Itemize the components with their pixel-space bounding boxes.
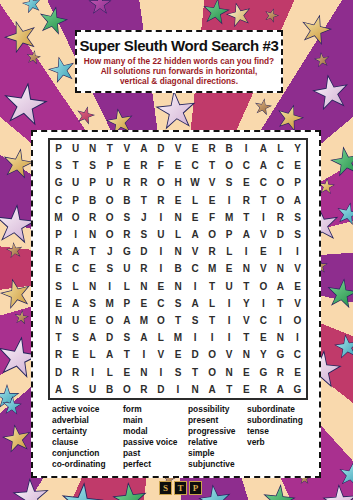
grid-cell-r11c1: N xyxy=(50,312,67,329)
grid-cell-r2c4: P xyxy=(101,157,118,174)
grid-cell-r8c3: E xyxy=(84,260,101,277)
grid-cell-r13c10: O xyxy=(204,346,221,363)
grid-cell-r9c12: T xyxy=(238,278,255,295)
grid-cell-r11c14: I xyxy=(272,312,289,329)
grid-cell-r1c11: B xyxy=(221,140,238,157)
grid-cell-r2c12: C xyxy=(238,157,255,174)
grid-cell-r15c3: U xyxy=(84,381,101,398)
grid-cell-r14c3: I xyxy=(84,364,101,381)
grid-cell-r6c9: A xyxy=(187,226,204,243)
grid-cell-r12c8: M xyxy=(169,329,186,346)
grid-cell-r7c15: I xyxy=(289,243,306,260)
grid-cell-r12c1: T xyxy=(50,329,67,346)
grid-cell-r10c2: A xyxy=(67,295,84,312)
grid-cell-r8c2: C xyxy=(67,260,84,277)
grid-cell-r1c3: N xyxy=(84,140,101,157)
grid-cell-r10c9: A xyxy=(187,295,204,312)
grid-cell-r9c2: L xyxy=(67,278,84,295)
grid-cell-r15c14: A xyxy=(272,381,289,398)
page-title: Super Sleuth Word Search #3 xyxy=(77,37,281,54)
grid-cell-r10c10: L xyxy=(204,295,221,312)
grid-cell-r1c9: E xyxy=(187,140,204,157)
grid-cell-r2c15: E xyxy=(289,157,306,174)
grid-cell-r14c5: E xyxy=(118,364,135,381)
grid-cell-r3c4: U xyxy=(101,174,118,191)
grid-cell-r13c2: E xyxy=(67,346,84,363)
grid-cell-r8c5: U xyxy=(118,260,135,277)
grid-cell-r7c11: L xyxy=(221,243,238,260)
grid-cell-r6c7: U xyxy=(152,226,169,243)
grid-cell-r3c15: P xyxy=(289,174,306,191)
grid-cell-r5c10: F xyxy=(204,209,221,226)
grid-cell-r14c10: O xyxy=(204,364,221,381)
grid-cell-r1c2: U xyxy=(67,140,84,157)
grid-cell-r5c12: T xyxy=(238,209,255,226)
grid-cell-r4c1: C xyxy=(50,192,67,209)
grid-cell-r13c15: C xyxy=(289,346,306,363)
logo-letter-s: S xyxy=(159,481,172,495)
grid-cell-r14c9: T xyxy=(187,364,204,381)
grid-cell-r11c6: M xyxy=(135,312,152,329)
grid-cell-r6c3: N xyxy=(84,226,101,243)
grid-cell-r6c4: O xyxy=(101,226,118,243)
grid-cell-r15c11: T xyxy=(221,381,238,398)
grid-cell-r14c12: E xyxy=(238,364,255,381)
grid-cell-r15c8: I xyxy=(169,381,186,398)
grid-cell-r14c15: E xyxy=(289,364,306,381)
grid-cell-r6c1: P xyxy=(50,226,67,243)
word-list-item: verb xyxy=(247,437,303,448)
word-list-item: subjunctive xyxy=(188,459,235,470)
grid-cell-r4c4: O xyxy=(101,192,118,209)
grid-cell-r13c11: V xyxy=(221,346,238,363)
grid-cell-r6c13: V xyxy=(255,226,272,243)
grid-cell-r11c13: C xyxy=(255,312,272,329)
grid-cell-r8c11: E xyxy=(221,260,238,277)
grid-cell-r3c12: E xyxy=(238,174,255,191)
grid-cell-r7c14: I xyxy=(272,243,289,260)
grid-cell-r12c11: I xyxy=(221,329,238,346)
grid-cell-r2c9: C xyxy=(187,157,204,174)
grid-cell-r12c2: S xyxy=(67,329,84,346)
grid-cell-r4c8: E xyxy=(169,192,186,209)
grid-cell-r8c13: V xyxy=(255,260,272,277)
grid-cell-r6c12: A xyxy=(238,226,255,243)
grid-cell-r8c7: I xyxy=(152,260,169,277)
grid-cell-r2c2: T xyxy=(67,157,84,174)
grid-cell-r12c14: N xyxy=(272,329,289,346)
grid-cell-r15c1: A xyxy=(50,381,67,398)
word-list-item: modal xyxy=(123,426,177,437)
grid-cell-r13c12: N xyxy=(238,346,255,363)
grid-cell-r5c4: O xyxy=(101,209,118,226)
grid-cell-r15c6: R xyxy=(135,381,152,398)
grid-cell-r4c6: T xyxy=(135,192,152,209)
grid-cell-r13c14: G xyxy=(272,346,289,363)
grid-cell-r3c6: R xyxy=(135,174,152,191)
grid-cell-r9c11: U xyxy=(221,278,238,295)
word-list-column-1: active voiceadverbialcertaintyclauseconj… xyxy=(52,404,106,470)
grid-cell-r3c7: O xyxy=(152,174,169,191)
grid-cell-r10c6: E xyxy=(135,295,152,312)
grid-cell-r13c5: T xyxy=(118,346,135,363)
grid-cell-r7c7: I xyxy=(152,243,169,260)
grid-cell-r6c8: L xyxy=(169,226,186,243)
grid-cell-r5c13: I xyxy=(255,209,272,226)
word-list-item: adverbial xyxy=(52,415,106,426)
grid-cell-r3c1: G xyxy=(50,174,67,191)
grid-cell-r11c15: O xyxy=(289,312,306,329)
grid-cell-r4c3: B xyxy=(84,192,101,209)
grid-cell-r15c10: A xyxy=(204,381,221,398)
grid-cell-r5c6: J xyxy=(135,209,152,226)
word-list-item: conjunction xyxy=(52,448,106,459)
grid-cell-r1c13: A xyxy=(255,140,272,157)
grid-cell-r3c9: W xyxy=(187,174,204,191)
word-list: active voiceadverbialcertaintyclauseconj… xyxy=(33,402,319,472)
grid-cell-r5c14: R xyxy=(272,209,289,226)
grid-cell-r4c9: L xyxy=(187,192,204,209)
grid-cell-r7c10: R xyxy=(204,243,221,260)
grid-cell-r6c6: S xyxy=(135,226,152,243)
grid-cell-r7c5: G xyxy=(118,243,135,260)
grid-cell-r6c5: R xyxy=(118,226,135,243)
grid-cell-r3c13: C xyxy=(255,174,272,191)
grid-cell-r7c2: A xyxy=(67,243,84,260)
grid-cell-r14c7: I xyxy=(152,364,169,381)
grid-cell-r12c12: T xyxy=(238,329,255,346)
grid-cell-r8c6: R xyxy=(135,260,152,277)
grid-cell-r11c4: O xyxy=(101,312,118,329)
grid-cell-r8c10: M xyxy=(204,260,221,277)
grid-cell-r8c1: E xyxy=(50,260,67,277)
grid-cell-r12c7: L xyxy=(152,329,169,346)
grid-cell-r11c9: S xyxy=(187,312,204,329)
word-list-item: passive voice xyxy=(123,437,177,448)
grid-cell-r4c11: I xyxy=(221,192,238,209)
grid-cell-r7c4: J xyxy=(101,243,118,260)
grid-cell-r10c11: I xyxy=(221,295,238,312)
grid-cell-r8c15: V xyxy=(289,260,306,277)
grid-cell-r4c5: B xyxy=(118,192,135,209)
grid-cell-r12c13: E xyxy=(255,329,272,346)
grid-cell-r15c12: E xyxy=(238,381,255,398)
word-list-item: past xyxy=(123,448,177,459)
grid-cell-r7c1: R xyxy=(50,243,67,260)
grid-cell-r1c10: R xyxy=(204,140,221,157)
grid-cell-r13c4: A xyxy=(101,346,118,363)
word-list-item: active voice xyxy=(52,404,106,415)
word-list-item: possibility xyxy=(188,404,235,415)
grid-cell-r7c13: E xyxy=(255,243,272,260)
grid-cell-r1c4: T xyxy=(101,140,118,157)
grid-cell-r4c10: E xyxy=(204,192,221,209)
grid-cell-r12c10: I xyxy=(204,329,221,346)
letter-grid: PUNTVADVERBIALYSTSPERFECTOCACEGUPURROHWV… xyxy=(48,138,308,400)
word-list-item: co-ordinating xyxy=(52,459,106,470)
grid-cell-r15c9: N xyxy=(187,381,204,398)
grid-cell-r3c11: S xyxy=(221,174,238,191)
word-list-item: clause xyxy=(52,437,106,448)
grid-cell-r13c6: I xyxy=(135,346,152,363)
word-list-column-2: formmainmodalpassive voicepastperfect xyxy=(123,404,177,470)
word-list-item: perfect xyxy=(123,459,177,470)
grid-cell-r2c11: O xyxy=(221,157,238,174)
grid-cell-r8c14: N xyxy=(272,260,289,277)
grid-cell-r15c4: B xyxy=(101,381,118,398)
grid-cell-r10c12: Y xyxy=(238,295,255,312)
grid-cell-r5c2: O xyxy=(67,209,84,226)
grid-cell-r2c13: A xyxy=(255,157,272,174)
grid-cell-r7c6: D xyxy=(135,243,152,260)
grid-cell-r13c3: L xyxy=(84,346,101,363)
word-list-item: subordinate xyxy=(247,404,303,415)
grid-cell-r3c5: R xyxy=(118,174,135,191)
grid-cell-r11c2: U xyxy=(67,312,84,329)
grid-cell-r4c13: T xyxy=(255,192,272,209)
grid-cell-r1c7: D xyxy=(152,140,169,157)
grid-cell-r3c10: V xyxy=(204,174,221,191)
grid-cell-r15c2: S xyxy=(67,381,84,398)
grid-cell-r2c3: S xyxy=(84,157,101,174)
grid-cell-r1c6: A xyxy=(135,140,152,157)
word-list-column-3: possibilitypresentprogressiverelativesim… xyxy=(188,404,235,470)
grid-cell-r9c3: N xyxy=(84,278,101,295)
grid-cell-r2c8: E xyxy=(169,157,186,174)
grid-cell-r13c7: V xyxy=(152,346,169,363)
grid-cell-r1c15: Y xyxy=(289,140,306,157)
grid-cell-r14c11: N xyxy=(221,364,238,381)
subtitle-line-3: vertical & diagonal directions. xyxy=(77,77,281,87)
grid-cell-r8c12: N xyxy=(238,260,255,277)
grid-cell-r10c13: I xyxy=(255,295,272,312)
grid-cell-r8c4: S xyxy=(101,260,118,277)
grid-cell-r11c3: E xyxy=(84,312,101,329)
grid-cell-r3c8: H xyxy=(169,174,186,191)
grid-cell-r3c14: O xyxy=(272,174,289,191)
grid-cell-r10c15: V xyxy=(289,295,306,312)
grid-cell-r9c4: I xyxy=(101,278,118,295)
grid-cell-r9c10: T xyxy=(204,278,221,295)
grid-cell-r13c9: D xyxy=(187,346,204,363)
grid-cell-r12c3: A xyxy=(84,329,101,346)
grid-cell-r10c5: P xyxy=(118,295,135,312)
grid-cell-r4c14: O xyxy=(272,192,289,209)
grid-cell-r9c7: E xyxy=(152,278,169,295)
grid-cell-r11c11: I xyxy=(221,312,238,329)
grid-cell-r9c14: A xyxy=(272,278,289,295)
grid-cell-r1c8: V xyxy=(169,140,186,157)
grid-cell-r7c8: N xyxy=(169,243,186,260)
grid-cell-r12c15: I xyxy=(289,329,306,346)
grid-cell-r10c8: S xyxy=(169,295,186,312)
grid-cell-r5c9: E xyxy=(187,209,204,226)
grid-cell-r1c5: V xyxy=(118,140,135,157)
grid-cell-r14c14: R xyxy=(272,364,289,381)
grid-cell-r12c9: I xyxy=(187,329,204,346)
logo-letter-t: T xyxy=(174,481,187,495)
word-list-column-4: subordinatesubordinatingtenseverb xyxy=(247,404,303,448)
grid-cell-r9c1: S xyxy=(50,278,67,295)
grid-cell-r12c5: S xyxy=(118,329,135,346)
grid-cell-r6c11: P xyxy=(221,226,238,243)
grid-cell-r1c12: I xyxy=(238,140,255,157)
grid-cell-r9c15: E xyxy=(289,278,306,295)
page-subtitle: How many of the 22 hidden words can you … xyxy=(77,57,281,86)
grid-cell-r10c1: E xyxy=(50,295,67,312)
grid-cell-r6c10: O xyxy=(204,226,221,243)
grid-cell-r2c6: R xyxy=(135,157,152,174)
grid-cell-r11c7: O xyxy=(152,312,169,329)
grid-cell-r13c13: Y xyxy=(255,346,272,363)
word-list-item: relative xyxy=(188,437,235,448)
grid-cell-r2c10: T xyxy=(204,157,221,174)
word-list-item: present xyxy=(188,415,235,426)
stp-logo: S T P xyxy=(159,481,202,495)
grid-cell-r7c12: I xyxy=(238,243,255,260)
grid-cell-r14c4: L xyxy=(101,364,118,381)
grid-cell-r14c2: R xyxy=(67,364,84,381)
grid-cell-r11c12: V xyxy=(238,312,255,329)
grid-cell-r10c3: S xyxy=(84,295,101,312)
grid-cell-r6c15: S xyxy=(289,226,306,243)
word-list-item: main xyxy=(123,415,177,426)
grid-cell-r14c1: D xyxy=(50,364,67,381)
grid-cell-r11c10: T xyxy=(204,312,221,329)
grid-cell-r3c3: P xyxy=(84,174,101,191)
grid-cell-r6c2: I xyxy=(67,226,84,243)
grid-cell-r7c3: T xyxy=(84,243,101,260)
grid-cell-r9c9: I xyxy=(187,278,204,295)
grid-cell-r5c3: R xyxy=(84,209,101,226)
grid-cell-r15c7: D xyxy=(152,381,169,398)
grid-cell-r11c5: A xyxy=(118,312,135,329)
grid-cell-r10c4: M xyxy=(101,295,118,312)
grid-cell-r15c15: G xyxy=(289,381,306,398)
grid-cell-r11c8: T xyxy=(169,312,186,329)
grid-cell-r5c11: M xyxy=(221,209,238,226)
grid-cell-r4c15: A xyxy=(289,192,306,209)
grid-cell-r15c13: R xyxy=(255,381,272,398)
grid-cell-r12c6: A xyxy=(135,329,152,346)
grid-cell-r2c5: E xyxy=(118,157,135,174)
grid-cell-r14c6: N xyxy=(135,364,152,381)
grid-cell-r1c1: P xyxy=(50,140,67,157)
grid-cell-r2c14: C xyxy=(272,157,289,174)
grid-cell-r5c15: S xyxy=(289,209,306,226)
grid-cell-r9c6: N xyxy=(135,278,152,295)
grid-cell-r13c1: R xyxy=(50,346,67,363)
grid-cell-r2c7: F xyxy=(152,157,169,174)
grid-cell-r12c4: D xyxy=(101,329,118,346)
grid-cell-r10c14: T xyxy=(272,295,289,312)
title-box: Super Sleuth Word Search #3 How many of … xyxy=(75,30,283,93)
word-list-item: form xyxy=(123,404,177,415)
grid-cell-r6c14: D xyxy=(272,226,289,243)
grid-cell-r8c9: C xyxy=(187,260,204,277)
grid-cell-r4c12: R xyxy=(238,192,255,209)
word-list-item: progressive xyxy=(188,426,235,437)
grid-cell-r9c8: N xyxy=(169,278,186,295)
word-list-item: simple xyxy=(188,448,235,459)
word-list-item: tense xyxy=(247,426,303,437)
grid-cell-r9c5: L xyxy=(118,278,135,295)
grid-cell-r5c5: S xyxy=(118,209,135,226)
grid-cell-r14c8: S xyxy=(169,364,186,381)
grid-cell-r4c2: P xyxy=(67,192,84,209)
grid-cell-r10c7: C xyxy=(152,295,169,312)
grid-cell-r5c1: M xyxy=(50,209,67,226)
grid-cell-r13c8: E xyxy=(169,346,186,363)
grid-cell-r5c8: N xyxy=(169,209,186,226)
word-list-item: certainty xyxy=(52,426,106,437)
grid-cell-r1c14: L xyxy=(272,140,289,157)
grid-cell-r7c9: V xyxy=(187,243,204,260)
grid-cell-r2c1: S xyxy=(50,157,67,174)
grid-cell-r15c5: O xyxy=(118,381,135,398)
logo-letter-p: P xyxy=(189,481,202,495)
grid-cell-r5c7: I xyxy=(152,209,169,226)
grid-cell-r8c8: B xyxy=(169,260,186,277)
grid-cell-r4c7: R xyxy=(152,192,169,209)
grid-cell-r9c13: O xyxy=(255,278,272,295)
word-list-item: subordinating xyxy=(247,415,303,426)
puzzle-panel: PUNTVADVERBIALYSTSPERFECTOCACEGUPURROHWV… xyxy=(31,130,321,478)
grid-cell-r3c2: U xyxy=(67,174,84,191)
grid-cell-r14c13: G xyxy=(255,364,272,381)
